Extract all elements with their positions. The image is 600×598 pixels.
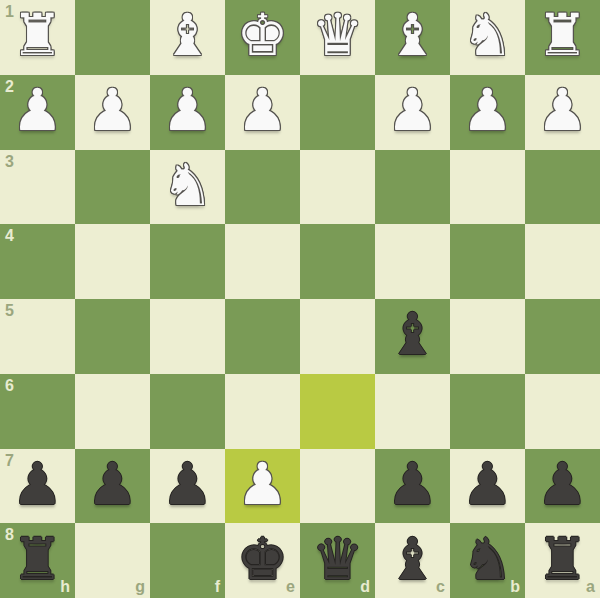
square-d4[interactable] [300,224,375,299]
square-a5[interactable] [525,299,600,374]
square-b7[interactable]: ♟ [450,449,525,524]
square-c1[interactable]: ♝ [375,0,450,75]
square-h4[interactable]: 4 [0,224,75,299]
piece-white-bishop[interactable]: ♝ [162,6,214,68]
square-d6[interactable] [300,374,375,449]
square-c2[interactable]: ♟ [375,75,450,150]
square-f7[interactable]: ♟ [150,449,225,524]
square-b2[interactable]: ♟ [450,75,525,150]
square-e5[interactable] [225,299,300,374]
square-h1[interactable]: 1♜ [0,0,75,75]
square-g4[interactable] [75,224,150,299]
square-e7[interactable]: ♟ [225,449,300,524]
square-h8[interactable]: 8h♜ [0,523,75,598]
piece-white-pawn[interactable]: ♟ [162,81,214,143]
square-d2[interactable] [300,75,375,150]
square-e6[interactable] [225,374,300,449]
piece-black-pawn[interactable]: ♟ [87,455,139,517]
piece-white-pawn[interactable]: ♟ [87,81,139,143]
square-e2[interactable]: ♟ [225,75,300,150]
square-d1[interactable]: ♛ [300,0,375,75]
square-e3[interactable] [225,150,300,225]
square-a7[interactable]: ♟ [525,449,600,524]
piece-black-pawn[interactable]: ♟ [387,455,439,517]
rank-label-3: 3 [5,154,14,170]
square-c5[interactable]: ♝ [375,299,450,374]
piece-white-rook[interactable]: ♜ [537,6,589,68]
square-c8[interactable]: c♝ [375,523,450,598]
rank-label-5: 5 [5,303,14,319]
square-h2[interactable]: 2♟ [0,75,75,150]
piece-white-knight[interactable]: ♞ [162,156,214,218]
square-b6[interactable] [450,374,525,449]
square-f8[interactable]: f [150,523,225,598]
piece-black-queen[interactable]: ♛ [312,530,364,592]
file-label-f: f [215,579,220,595]
piece-black-knight[interactable]: ♞ [462,530,514,592]
piece-black-bishop[interactable]: ♝ [387,305,439,367]
piece-white-pawn[interactable]: ♟ [237,455,289,517]
square-c3[interactable] [375,150,450,225]
rank-label-4: 4 [5,228,14,244]
piece-white-rook[interactable]: ♜ [12,6,64,68]
square-d7[interactable] [300,449,375,524]
piece-black-rook[interactable]: ♜ [12,530,64,592]
piece-white-king[interactable]: ♚ [237,6,289,68]
piece-white-pawn[interactable]: ♟ [537,81,589,143]
square-b8[interactable]: b♞ [450,523,525,598]
square-d5[interactable] [300,299,375,374]
square-b5[interactable] [450,299,525,374]
square-c4[interactable] [375,224,450,299]
square-a6[interactable] [525,374,600,449]
piece-white-pawn[interactable]: ♟ [12,81,64,143]
square-d3[interactable] [300,150,375,225]
file-label-g: g [135,579,145,595]
square-c6[interactable] [375,374,450,449]
piece-black-pawn[interactable]: ♟ [537,455,589,517]
square-h7[interactable]: 7♟ [0,449,75,524]
square-a3[interactable] [525,150,600,225]
square-a8[interactable]: a♜ [525,523,600,598]
square-g5[interactable] [75,299,150,374]
square-g1[interactable] [75,0,150,75]
piece-black-pawn[interactable]: ♟ [162,455,214,517]
square-g6[interactable] [75,374,150,449]
square-e8[interactable]: e♚ [225,523,300,598]
square-h5[interactable]: 5 [0,299,75,374]
square-f5[interactable] [150,299,225,374]
piece-white-pawn[interactable]: ♟ [237,81,289,143]
square-f6[interactable] [150,374,225,449]
square-b3[interactable] [450,150,525,225]
piece-black-pawn[interactable]: ♟ [462,455,514,517]
square-g8[interactable]: g [75,523,150,598]
square-h3[interactable]: 3 [0,150,75,225]
square-h6[interactable]: 6 [0,374,75,449]
piece-white-bishop[interactable]: ♝ [387,6,439,68]
square-f4[interactable] [150,224,225,299]
square-g3[interactable] [75,150,150,225]
piece-white-queen[interactable]: ♛ [312,6,364,68]
square-a2[interactable]: ♟ [525,75,600,150]
piece-white-knight[interactable]: ♞ [462,6,514,68]
square-e4[interactable] [225,224,300,299]
square-f1[interactable]: ♝ [150,0,225,75]
piece-black-pawn[interactable]: ♟ [12,455,64,517]
square-f2[interactable]: ♟ [150,75,225,150]
square-d8[interactable]: d♛ [300,523,375,598]
square-b4[interactable] [450,224,525,299]
piece-white-pawn[interactable]: ♟ [387,81,439,143]
piece-black-king[interactable]: ♚ [237,530,289,592]
piece-black-rook[interactable]: ♜ [537,530,589,592]
rank-label-6: 6 [5,378,14,394]
square-f3[interactable]: ♞ [150,150,225,225]
square-e1[interactable]: ♚ [225,0,300,75]
square-b1[interactable]: ♞ [450,0,525,75]
square-c7[interactable]: ♟ [375,449,450,524]
chess-board: 1♜♝♚♛♝♞♜2♟♟♟♟♟♟♟3♞45♝67♟♟♟♟♟♟♟8h♜gfe♚d♛c… [0,0,600,598]
square-a4[interactable] [525,224,600,299]
piece-black-bishop[interactable]: ♝ [387,530,439,592]
square-g7[interactable]: ♟ [75,449,150,524]
square-g2[interactable]: ♟ [75,75,150,150]
piece-white-pawn[interactable]: ♟ [462,81,514,143]
square-a1[interactable]: ♜ [525,0,600,75]
